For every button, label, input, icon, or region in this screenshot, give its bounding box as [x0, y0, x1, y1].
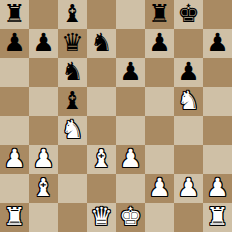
piece-black-pawn[interactable]: ♟ — [206, 29, 228, 57]
square-h4[interactable] — [203, 116, 232, 145]
square-a2[interactable] — [0, 174, 29, 203]
square-h5[interactable] — [203, 87, 232, 116]
square-g6[interactable]: ♟ — [174, 58, 203, 87]
square-b8[interactable] — [29, 0, 58, 29]
piece-black-knight[interactable]: ♞ — [90, 29, 112, 57]
piece-black-pawn[interactable]: ♟ — [177, 58, 199, 86]
square-f6[interactable] — [145, 58, 174, 87]
square-e8[interactable] — [116, 0, 145, 29]
piece-white-rook[interactable]: ♜ — [3, 203, 25, 231]
square-f5[interactable] — [145, 87, 174, 116]
square-a7[interactable]: ♟ — [0, 29, 29, 58]
square-f7[interactable]: ♟ — [145, 29, 174, 58]
square-g1[interactable] — [174, 203, 203, 232]
square-a8[interactable]: ♜ — [0, 0, 29, 29]
piece-white-pawn[interactable]: ♟ — [119, 145, 141, 173]
square-g2[interactable]: ♟ — [174, 174, 203, 203]
chess-board: ♜♝♜♚♟♟♛♞♟♟♞♟♟♝♞♞♟♟♝♟♝♟♟♟♜♛♚♜ — [0, 0, 232, 232]
piece-white-bishop[interactable]: ♝ — [32, 174, 54, 202]
square-g3[interactable] — [174, 145, 203, 174]
square-h1[interactable]: ♜ — [203, 203, 232, 232]
square-b4[interactable] — [29, 116, 58, 145]
piece-black-pawn[interactable]: ♟ — [3, 29, 25, 57]
square-h7[interactable]: ♟ — [203, 29, 232, 58]
square-g8[interactable]: ♚ — [174, 0, 203, 29]
square-h2[interactable]: ♟ — [203, 174, 232, 203]
piece-black-pawn[interactable]: ♟ — [119, 58, 141, 86]
square-a3[interactable]: ♟ — [0, 145, 29, 174]
piece-white-pawn[interactable]: ♟ — [177, 174, 199, 202]
piece-white-queen[interactable]: ♛ — [90, 203, 112, 231]
square-c4[interactable]: ♞ — [58, 116, 87, 145]
square-c6[interactable]: ♞ — [58, 58, 87, 87]
piece-white-pawn[interactable]: ♟ — [148, 174, 170, 202]
square-e1[interactable]: ♚ — [116, 203, 145, 232]
square-h8[interactable] — [203, 0, 232, 29]
square-e4[interactable] — [116, 116, 145, 145]
square-a5[interactable] — [0, 87, 29, 116]
square-h6[interactable] — [203, 58, 232, 87]
square-b5[interactable] — [29, 87, 58, 116]
square-f2[interactable]: ♟ — [145, 174, 174, 203]
piece-black-pawn[interactable]: ♟ — [148, 29, 170, 57]
square-g7[interactable] — [174, 29, 203, 58]
piece-black-king[interactable]: ♚ — [177, 0, 199, 28]
square-c5[interactable]: ♝ — [58, 87, 87, 116]
piece-black-bishop[interactable]: ♝ — [61, 0, 83, 28]
square-f1[interactable] — [145, 203, 174, 232]
square-d6[interactable] — [87, 58, 116, 87]
square-f3[interactable] — [145, 145, 174, 174]
square-d2[interactable] — [87, 174, 116, 203]
piece-white-king[interactable]: ♚ — [119, 203, 141, 231]
piece-black-knight[interactable]: ♞ — [61, 58, 83, 86]
piece-white-pawn[interactable]: ♟ — [206, 174, 228, 202]
square-a4[interactable] — [0, 116, 29, 145]
square-c3[interactable] — [58, 145, 87, 174]
square-a6[interactable] — [0, 58, 29, 87]
square-c7[interactable]: ♛ — [58, 29, 87, 58]
square-b1[interactable] — [29, 203, 58, 232]
piece-black-rook[interactable]: ♜ — [3, 0, 25, 28]
square-c2[interactable] — [58, 174, 87, 203]
square-g4[interactable] — [174, 116, 203, 145]
square-h3[interactable] — [203, 145, 232, 174]
piece-black-pawn[interactable]: ♟ — [32, 29, 54, 57]
piece-white-bishop[interactable]: ♝ — [90, 145, 112, 173]
piece-black-rook[interactable]: ♜ — [148, 0, 170, 28]
piece-white-rook[interactable]: ♜ — [206, 203, 228, 231]
square-f4[interactable] — [145, 116, 174, 145]
piece-white-knight[interactable]: ♞ — [61, 116, 83, 144]
piece-white-pawn[interactable]: ♟ — [32, 145, 54, 173]
square-f8[interactable]: ♜ — [145, 0, 174, 29]
square-e3[interactable]: ♟ — [116, 145, 145, 174]
square-b3[interactable]: ♟ — [29, 145, 58, 174]
square-g5[interactable]: ♞ — [174, 87, 203, 116]
piece-white-knight[interactable]: ♞ — [177, 87, 199, 115]
square-c1[interactable] — [58, 203, 87, 232]
square-e2[interactable] — [116, 174, 145, 203]
square-d1[interactable]: ♛ — [87, 203, 116, 232]
square-a1[interactable]: ♜ — [0, 203, 29, 232]
square-e5[interactable] — [116, 87, 145, 116]
square-d4[interactable] — [87, 116, 116, 145]
piece-black-queen[interactable]: ♛ — [61, 29, 83, 57]
square-e7[interactable] — [116, 29, 145, 58]
piece-white-pawn[interactable]: ♟ — [3, 145, 25, 173]
square-d3[interactable]: ♝ — [87, 145, 116, 174]
piece-black-bishop[interactable]: ♝ — [61, 87, 83, 115]
square-e6[interactable]: ♟ — [116, 58, 145, 87]
square-b7[interactable]: ♟ — [29, 29, 58, 58]
square-b6[interactable] — [29, 58, 58, 87]
square-d5[interactable] — [87, 87, 116, 116]
square-c8[interactable]: ♝ — [58, 0, 87, 29]
square-b2[interactable]: ♝ — [29, 174, 58, 203]
square-d8[interactable] — [87, 0, 116, 29]
square-d7[interactable]: ♞ — [87, 29, 116, 58]
